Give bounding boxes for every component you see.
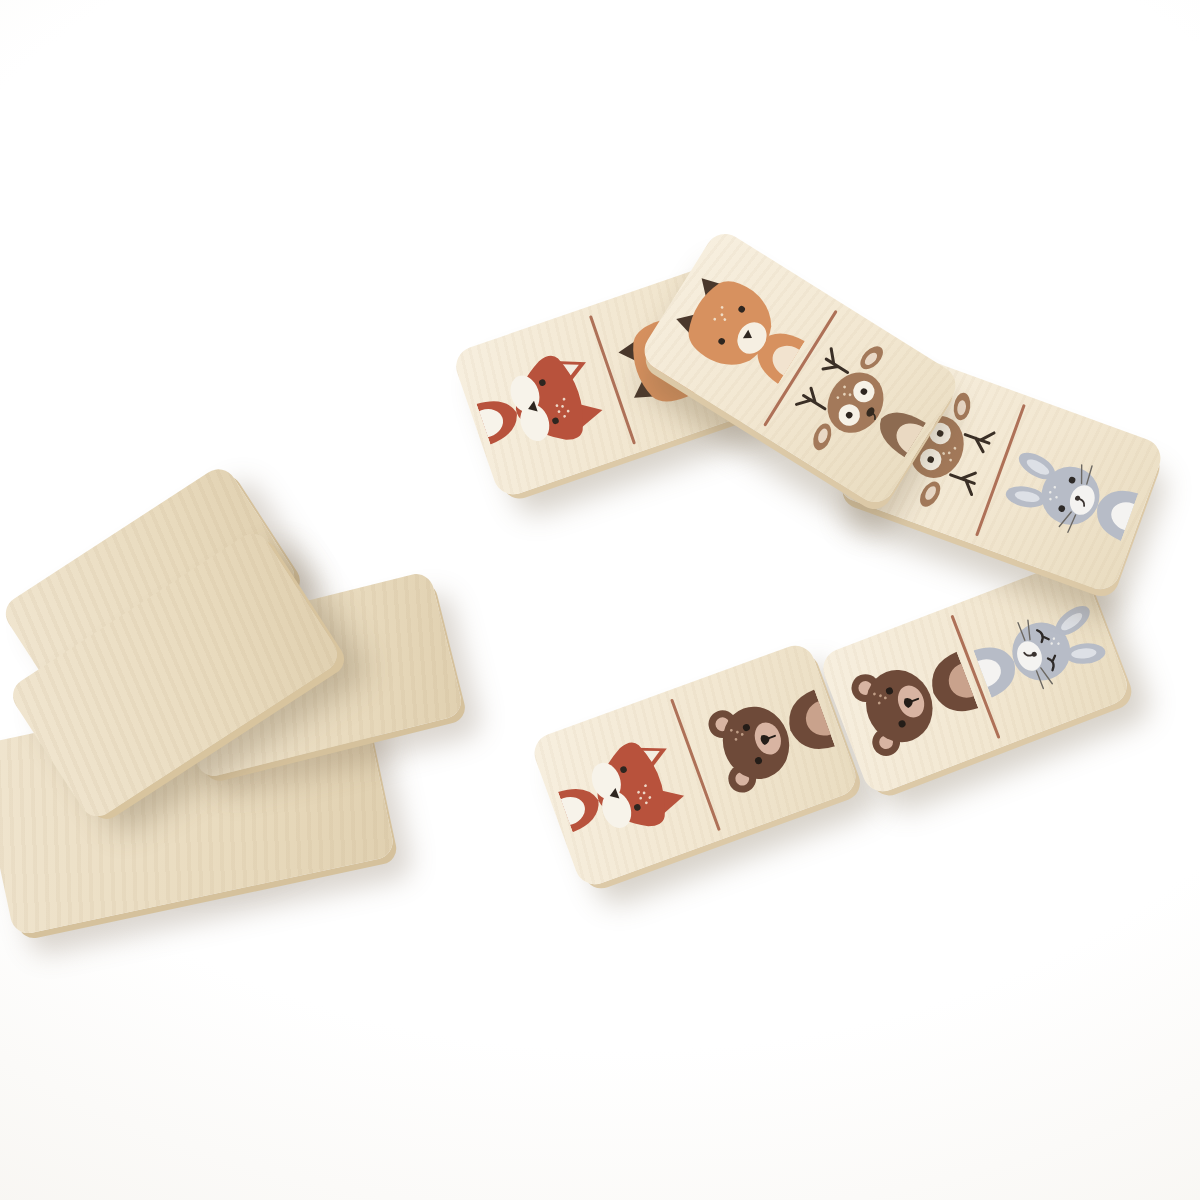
bear-icon bbox=[684, 659, 845, 820]
fox-red-icon bbox=[544, 710, 705, 871]
domino-tile-5[interactable] bbox=[529, 640, 861, 890]
tabletop-scene bbox=[0, 0, 1200, 1200]
rabbit-icon bbox=[989, 415, 1150, 576]
domino-tile-4[interactable] bbox=[817, 557, 1132, 797]
